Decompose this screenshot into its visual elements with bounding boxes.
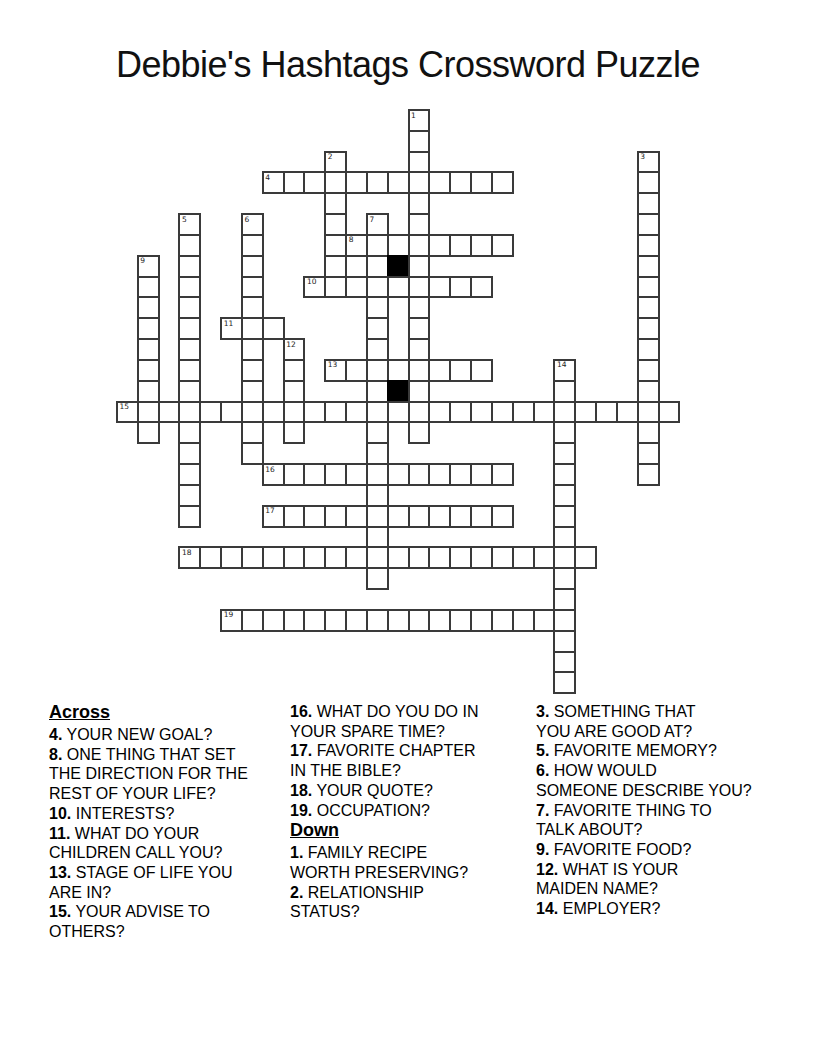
grid-cell[interactable] <box>408 234 431 257</box>
grid-cell[interactable] <box>220 546 243 569</box>
grid-cell[interactable] <box>137 359 160 382</box>
cell-number: 6 <box>244 216 249 224</box>
grid-cell[interactable]: 8 <box>345 234 368 257</box>
grid-cell[interactable] <box>408 171 431 194</box>
grid-cell[interactable] <box>303 546 326 569</box>
grid-cell[interactable] <box>324 546 347 569</box>
clue-number: 5. <box>536 742 549 759</box>
grid-cell[interactable] <box>637 213 660 236</box>
grid-cell[interactable] <box>241 609 264 632</box>
grid-cell[interactable]: 17 <box>262 505 285 528</box>
cell-number: 19 <box>224 611 234 619</box>
grid-cell[interactable] <box>553 463 576 486</box>
grid-cell[interactable] <box>324 234 347 257</box>
grid-cell[interactable] <box>408 421 431 444</box>
clue-text: OCCUPATION? <box>317 802 430 819</box>
clue-across-15: 15. YOUR ADVISE TO OTHERS? <box>49 902 293 941</box>
grid-cell[interactable]: 4 <box>262 171 285 194</box>
clue-text: INTERESTS? <box>76 805 175 822</box>
clue-number: 11. <box>49 825 70 842</box>
grid-cell[interactable] <box>324 213 347 236</box>
clue-number: 19. <box>290 802 312 819</box>
grid-cell[interactable] <box>241 401 264 424</box>
clue-down-9: 9. FAVORITE FOOD? <box>536 840 780 860</box>
cell-number: 5 <box>182 216 187 224</box>
cell-number: 8 <box>349 236 354 244</box>
grid-cell[interactable] <box>324 255 347 278</box>
clue-across-13: 13. STAGE OF LIFE YOU ARE IN? <box>49 863 293 902</box>
clue-text: EMPLOYER? <box>563 900 661 917</box>
grid-cell[interactable] <box>428 401 451 424</box>
clue-text: FAVORITE MEMORY? <box>554 742 717 759</box>
grid-cell[interactable] <box>199 401 222 424</box>
grid-cell[interactable] <box>178 255 201 278</box>
grid-cell[interactable]: 16 <box>262 463 285 486</box>
grid-cell[interactable] <box>408 401 431 424</box>
grid-cell[interactable] <box>178 421 201 444</box>
grid-cell[interactable] <box>408 380 431 403</box>
grid-cell[interactable] <box>408 505 431 528</box>
grid-cell[interactable] <box>366 317 389 340</box>
grid-cell[interactable] <box>553 588 576 611</box>
grid-cell[interactable] <box>553 546 576 569</box>
grid-cell[interactable] <box>553 567 576 590</box>
clue-number: 12. <box>536 861 558 878</box>
grid-cell[interactable] <box>387 401 410 424</box>
clue-text: YOUR NEW GOAL? <box>67 726 213 743</box>
clue-number: 14. <box>536 900 558 917</box>
clue-number: 10. <box>49 805 71 822</box>
page-title: Debbie's Hashtags Crossword Puzzle <box>0 44 816 86</box>
grid-cell[interactable] <box>408 609 431 632</box>
grid-cell[interactable] <box>345 171 368 194</box>
grid-cell[interactable] <box>241 380 264 403</box>
clue-number: 3. <box>536 703 549 720</box>
grid-cell[interactable] <box>324 401 347 424</box>
clue-number: 6. <box>536 762 549 779</box>
grid-cell[interactable] <box>637 255 660 278</box>
grid-cell[interactable] <box>387 505 410 528</box>
grid-cell[interactable] <box>366 276 389 299</box>
grid-cell[interactable] <box>324 192 347 215</box>
grid-cell[interactable] <box>491 546 514 569</box>
grid-cell[interactable] <box>553 484 576 507</box>
grid-cell[interactable] <box>178 276 201 299</box>
grid-cell[interactable] <box>449 401 472 424</box>
grid-cell[interactable] <box>637 234 660 257</box>
clue-number: 16. <box>290 703 312 720</box>
clue-across-17: 17. FAVORITE CHAPTER IN THE BIBLE? <box>290 741 534 780</box>
cell-number: 11 <box>224 320 234 328</box>
grid-cell[interactable] <box>637 442 660 465</box>
grid-cell[interactable] <box>324 505 347 528</box>
grid-cell[interactable] <box>428 609 451 632</box>
grid-cell[interactable] <box>137 401 160 424</box>
cell-number: 12 <box>286 341 296 349</box>
grid-cell[interactable] <box>553 526 576 549</box>
grid-cell[interactable] <box>345 276 368 299</box>
grid-cell[interactable]: 9 <box>137 255 160 278</box>
clue-text: SOMETHING THAT YOU ARE GOOD AT? <box>536 703 695 740</box>
grid-cell[interactable] <box>366 338 389 361</box>
clue-across-19: 19. OCCUPATION? <box>290 801 534 821</box>
grid-cell[interactable] <box>449 276 472 299</box>
grid-cell[interactable] <box>366 463 389 486</box>
grid-cell[interactable] <box>491 401 514 424</box>
grid-cell[interactable] <box>137 276 160 299</box>
grid-cell[interactable] <box>408 276 431 299</box>
grid-cell[interactable] <box>387 234 410 257</box>
grid-cell[interactable]: 5 <box>178 213 201 236</box>
grid-cell[interactable] <box>178 380 201 403</box>
grid-cell[interactable] <box>345 359 368 382</box>
grid-cell[interactable] <box>408 463 431 486</box>
grid-cell[interactable] <box>574 546 597 569</box>
grid-cell[interactable] <box>137 380 160 403</box>
grid-cell[interactable] <box>408 213 431 236</box>
grid-cell[interactable] <box>199 546 222 569</box>
grid-cell[interactable] <box>324 276 347 299</box>
clue-across-18: 18. YOUR QUOTE? <box>290 781 534 801</box>
grid-cell[interactable] <box>553 671 576 694</box>
grid-cell[interactable] <box>345 463 368 486</box>
grid-cell[interactable] <box>241 276 264 299</box>
grid-cell[interactable] <box>303 463 326 486</box>
grid-cell[interactable] <box>137 338 160 361</box>
crossword-grid: 12345678910111213141516171819 <box>117 110 680 694</box>
clue-down-6: 6. HOW WOULD SOMEONE DESCRIBE YOU? <box>536 761 780 800</box>
grid-cell[interactable] <box>470 234 493 257</box>
grid-cell[interactable] <box>387 276 410 299</box>
cell-number: 2 <box>328 153 333 161</box>
clue-across-11: 11. WHAT DO YOUR CHILDREN CALL YOU? <box>49 824 293 863</box>
grid-cell[interactable] <box>637 192 660 215</box>
clue-down-1: 1. FAMILY RECIPE WORTH PRESERVING? <box>290 843 534 882</box>
clue-number: 2. <box>290 884 303 901</box>
grid-cell[interactable] <box>408 130 431 153</box>
grid-cell[interactable] <box>449 359 472 382</box>
grid-cell[interactable] <box>283 401 306 424</box>
clue-text: FAVORITE FOOD? <box>554 841 692 858</box>
grid-cell[interactable] <box>262 401 285 424</box>
grid-cell[interactable] <box>178 484 201 507</box>
grid-cell[interactable] <box>345 609 368 632</box>
grid-cell[interactable] <box>553 442 576 465</box>
clue-text: ONE THING THAT SET THE DIRECTION FOR THE… <box>49 746 248 802</box>
cell-number: 9 <box>140 257 145 265</box>
clue-across-8: 8. ONE THING THAT SET THE DIRECTION FOR … <box>49 745 293 804</box>
grid-cell[interactable] <box>241 359 264 382</box>
grid-cell[interactable] <box>241 296 264 319</box>
grid-cell[interactable] <box>366 526 389 549</box>
grid-cell[interactable] <box>366 421 389 444</box>
grid-cell[interactable] <box>553 380 576 403</box>
clue-column-right: 3. SOMETHING THAT YOU ARE GOOD AT?5. FAV… <box>536 702 780 919</box>
grid-cell[interactable] <box>345 505 368 528</box>
black-cell <box>387 380 410 403</box>
grid-cell[interactable] <box>283 463 306 486</box>
grid-cell[interactable] <box>283 505 306 528</box>
grid-cell[interactable] <box>283 609 306 632</box>
grid-cell[interactable] <box>366 484 389 507</box>
clue-down-2: 2. RELATIONSHIP STATUS? <box>290 883 534 922</box>
grid-cell[interactable]: 12 <box>283 338 306 361</box>
grid-cell[interactable] <box>241 421 264 444</box>
grid-cell[interactable] <box>408 359 431 382</box>
grid-cell[interactable] <box>637 421 660 444</box>
clue-number: 1. <box>290 844 303 861</box>
grid-cell[interactable] <box>137 421 160 444</box>
grid-cell[interactable] <box>470 463 493 486</box>
grid-cell[interactable] <box>637 380 660 403</box>
grid-cell[interactable] <box>345 401 368 424</box>
clue-down-5: 5. FAVORITE MEMORY? <box>536 741 780 761</box>
grid-cell[interactable] <box>449 505 472 528</box>
grid-cell[interactable]: 19 <box>220 609 243 632</box>
clue-text: YOUR QUOTE? <box>316 782 432 799</box>
clue-text: FAVORITE CHAPTER IN THE BIBLE? <box>290 742 476 779</box>
grid-cell[interactable] <box>637 463 660 486</box>
grid-cell[interactable] <box>491 234 514 257</box>
grid-cell[interactable]: 6 <box>241 213 264 236</box>
grid-cell[interactable] <box>449 546 472 569</box>
grid-cell[interactable] <box>428 276 451 299</box>
grid-cell[interactable] <box>137 296 160 319</box>
grid-cell[interactable] <box>366 401 389 424</box>
grid-cell[interactable] <box>408 317 431 340</box>
clue-text: RELATIONSHIP STATUS? <box>290 884 424 921</box>
grid-cell[interactable] <box>366 359 389 382</box>
grid-cell[interactable] <box>449 463 472 486</box>
grid-cell[interactable] <box>178 505 201 528</box>
grid-cell[interactable]: 1 <box>408 109 431 132</box>
grid-cell[interactable] <box>428 234 451 257</box>
grid-cell[interactable] <box>303 505 326 528</box>
cell-number: 3 <box>640 153 645 161</box>
grid-cell[interactable] <box>303 171 326 194</box>
grid-cell[interactable] <box>512 546 535 569</box>
clue-text: FAVORITE THING TO TALK ABOUT? <box>536 802 712 839</box>
grid-cell[interactable] <box>178 234 201 257</box>
clue-text: STAGE OF LIFE YOU ARE IN? <box>49 864 232 901</box>
grid-cell[interactable] <box>178 401 201 424</box>
grid-cell[interactable] <box>574 401 597 424</box>
grid-cell[interactable] <box>387 463 410 486</box>
grid-cell[interactable] <box>449 609 472 632</box>
cell-number: 7 <box>369 216 374 224</box>
grid-cell[interactable] <box>241 255 264 278</box>
grid-cell[interactable] <box>637 171 660 194</box>
grid-cell[interactable] <box>491 463 514 486</box>
grid-cell[interactable] <box>533 609 556 632</box>
grid-cell[interactable]: 2 <box>324 151 347 174</box>
cell-number: 18 <box>182 549 192 557</box>
grid-cell[interactable] <box>366 567 389 590</box>
grid-cell[interactable] <box>324 171 347 194</box>
grid-cell[interactable] <box>408 338 431 361</box>
grid-cell[interactable] <box>262 317 285 340</box>
across-heading: Across <box>49 702 293 722</box>
grid-cell[interactable] <box>637 276 660 299</box>
grid-cell[interactable] <box>220 401 243 424</box>
down-heading: Down <box>290 820 534 840</box>
clue-number: 15. <box>49 903 71 920</box>
grid-cell[interactable] <box>408 151 431 174</box>
grid-cell[interactable] <box>303 401 326 424</box>
grid-cell[interactable] <box>241 234 264 257</box>
grid-cell[interactable] <box>241 442 264 465</box>
clue-text: HOW WOULD SOMEONE DESCRIBE YOU? <box>536 762 752 799</box>
grid-cell[interactable]: 11 <box>220 317 243 340</box>
grid-cell[interactable] <box>533 546 556 569</box>
grid-cell[interactable] <box>345 546 368 569</box>
grid-cell[interactable] <box>428 505 451 528</box>
grid-cell[interactable] <box>553 421 576 444</box>
grid-cell[interactable] <box>553 401 576 424</box>
grid-cell[interactable] <box>637 317 660 340</box>
grid-cell[interactable] <box>449 171 472 194</box>
cell-number: 10 <box>307 278 317 286</box>
grid-cell[interactable]: 13 <box>324 359 347 382</box>
grid-cell[interactable] <box>283 359 306 382</box>
grid-cell[interactable] <box>637 338 660 361</box>
grid-cell[interactable] <box>637 296 660 319</box>
grid-cell[interactable] <box>408 296 431 319</box>
cell-number: 13 <box>328 361 338 369</box>
cell-number: 4 <box>265 174 270 182</box>
clue-text: FAMILY RECIPE WORTH PRESERVING? <box>290 844 468 881</box>
grid-cell[interactable] <box>283 380 306 403</box>
grid-cell[interactable] <box>595 401 618 424</box>
grid-cell[interactable] <box>491 505 514 528</box>
grid-cell[interactable] <box>408 546 431 569</box>
grid-cell[interactable] <box>178 442 201 465</box>
grid-cell[interactable] <box>366 505 389 528</box>
grid-cell[interactable] <box>408 192 431 215</box>
grid-cell[interactable]: 18 <box>178 546 201 569</box>
clue-number: 18. <box>290 782 312 799</box>
grid-cell[interactable] <box>470 171 493 194</box>
grid-cell[interactable] <box>178 359 201 382</box>
grid-cell[interactable] <box>387 171 410 194</box>
grid-cell[interactable] <box>283 546 306 569</box>
clue-number: 13. <box>49 864 71 881</box>
grid-cell[interactable] <box>637 359 660 382</box>
cell-number: 15 <box>120 403 130 411</box>
grid-cell[interactable] <box>262 609 285 632</box>
grid-cell[interactable] <box>178 296 201 319</box>
grid-cell[interactable] <box>303 609 326 632</box>
clue-text: WHAT IS YOUR MAIDEN NAME? <box>536 861 678 898</box>
grid-cell[interactable] <box>553 630 576 653</box>
grid-cell[interactable] <box>137 317 160 340</box>
grid-cell[interactable]: 14 <box>553 359 576 382</box>
grid-cell[interactable] <box>366 234 389 257</box>
grid-cell[interactable] <box>324 609 347 632</box>
grid-cell[interactable] <box>470 505 493 528</box>
grid-cell[interactable] <box>178 317 201 340</box>
grid-cell[interactable] <box>366 255 389 278</box>
grid-cell[interactable] <box>366 171 389 194</box>
cell-number: 14 <box>557 361 567 369</box>
grid-cell[interactable] <box>241 546 264 569</box>
clue-column-left: Across4. YOUR NEW GOAL?8. ONE THING THAT… <box>49 702 293 942</box>
black-cell <box>387 255 410 278</box>
grid-cell[interactable] <box>470 609 493 632</box>
grid-cell[interactable] <box>178 463 201 486</box>
grid-cell[interactable] <box>366 380 389 403</box>
grid-cell[interactable] <box>428 171 451 194</box>
clue-across-16: 16. WHAT DO YOU DO IN YOUR SPARE TIME? <box>290 702 534 741</box>
grid-cell[interactable] <box>241 338 264 361</box>
grid-cell[interactable] <box>428 463 451 486</box>
grid-cell[interactable] <box>387 546 410 569</box>
grid-cell[interactable] <box>241 317 264 340</box>
grid-cell[interactable]: 7 <box>366 213 389 236</box>
clue-text: YOUR ADVISE TO OTHERS? <box>49 903 210 940</box>
grid-cell[interactable] <box>470 546 493 569</box>
clue-down-12: 12. WHAT IS YOUR MAIDEN NAME? <box>536 860 780 899</box>
grid-cell[interactable] <box>470 276 493 299</box>
clue-down-14: 14. EMPLOYER? <box>536 899 780 919</box>
grid-cell[interactable] <box>366 546 389 569</box>
grid-cell[interactable] <box>491 171 514 194</box>
clue-down-7: 7. FAVORITE THING TO TALK ABOUT? <box>536 801 780 840</box>
grid-cell[interactable] <box>158 401 181 424</box>
grid-cell[interactable] <box>283 421 306 444</box>
grid-cell[interactable] <box>616 401 639 424</box>
grid-cell[interactable] <box>658 401 681 424</box>
grid-cell[interactable] <box>491 609 514 632</box>
grid-cell[interactable] <box>512 609 535 632</box>
clue-column-middle: 16. WHAT DO YOU DO IN YOUR SPARE TIME?17… <box>290 702 534 922</box>
grid-cell[interactable] <box>387 609 410 632</box>
grid-cell[interactable] <box>324 463 347 486</box>
clue-text: WHAT DO YOU DO IN YOUR SPARE TIME? <box>290 703 479 740</box>
grid-cell[interactable] <box>470 401 493 424</box>
clue-number: 7. <box>536 802 549 819</box>
grid-cell[interactable] <box>553 651 576 674</box>
clue-text: WHAT DO YOUR CHILDREN CALL YOU? <box>49 825 222 862</box>
cell-number: 16 <box>265 466 275 474</box>
grid-cell[interactable] <box>428 359 451 382</box>
clue-number: 9. <box>536 841 549 858</box>
grid-cell[interactable] <box>512 401 535 424</box>
clue-across-10: 10. INTERESTS? <box>49 804 293 824</box>
grid-cell[interactable] <box>366 609 389 632</box>
grid-cell[interactable] <box>283 171 306 194</box>
grid-cell[interactable] <box>533 401 556 424</box>
grid-cell[interactable] <box>637 401 660 424</box>
grid-cell[interactable] <box>449 234 472 257</box>
clue-number: 17. <box>290 742 312 759</box>
grid-cell[interactable] <box>387 359 410 382</box>
grid-cell[interactable]: 15 <box>116 401 139 424</box>
grid-cell[interactable] <box>262 546 285 569</box>
grid-cell[interactable] <box>408 255 431 278</box>
clue-across-4: 4. YOUR NEW GOAL? <box>49 725 293 745</box>
grid-cell[interactable] <box>178 338 201 361</box>
grid-cell[interactable] <box>470 359 493 382</box>
grid-cell[interactable]: 3 <box>637 151 660 174</box>
grid-cell[interactable] <box>366 296 389 319</box>
grid-cell[interactable] <box>553 609 576 632</box>
grid-cell[interactable] <box>553 505 576 528</box>
grid-cell[interactable]: 10 <box>303 276 326 299</box>
grid-cell[interactable] <box>366 442 389 465</box>
grid-cell[interactable] <box>428 546 451 569</box>
clue-number: 4. <box>49 726 62 743</box>
